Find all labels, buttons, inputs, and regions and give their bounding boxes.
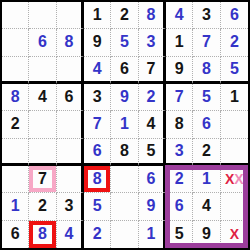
cell-r5c4[interactable]: 7 bbox=[84, 111, 111, 138]
cell-r3c1[interactable] bbox=[2, 57, 29, 84]
cell-r8c2[interactable]: 2 bbox=[29, 193, 56, 220]
cell-r8c4[interactable]: 5 bbox=[84, 193, 111, 220]
cell-r1c7[interactable]: 4 bbox=[166, 2, 193, 29]
cell-r9c8[interactable]: 9 bbox=[193, 221, 220, 248]
error-x-mark: X bbox=[230, 227, 239, 241]
cell-r8c1[interactable]: 1 bbox=[2, 193, 29, 220]
cell-r5c8[interactable]: 6 bbox=[193, 111, 220, 138]
cell-r5c6[interactable]: 4 bbox=[139, 111, 166, 138]
cell-r2c6[interactable]: 3 bbox=[139, 29, 166, 56]
cell-r2c7[interactable]: 1 bbox=[166, 29, 193, 56]
cell-r9c2[interactable]: 8 bbox=[29, 221, 56, 248]
cell-r7c4[interactable]: 8 bbox=[84, 166, 111, 193]
cell-r9c3[interactable]: 4 bbox=[57, 221, 84, 248]
cell-r6c9[interactable] bbox=[221, 139, 248, 166]
cell-r3c8[interactable]: 8 bbox=[193, 57, 220, 84]
cell-r7c2[interactable]: 7 bbox=[29, 166, 56, 193]
cell-r5c9[interactable] bbox=[221, 111, 248, 138]
cell-r1c1[interactable] bbox=[2, 2, 29, 29]
cell-r5c2[interactable] bbox=[29, 111, 56, 138]
cell-r7c8[interactable]: 1 bbox=[193, 166, 220, 193]
cell-r6c1[interactable] bbox=[2, 139, 29, 166]
error-x-mark: X bbox=[225, 172, 234, 186]
cell-r1c8[interactable]: 3 bbox=[193, 2, 220, 29]
cell-r9c4[interactable]: 2 bbox=[84, 221, 111, 248]
cell-r5c7[interactable]: 8 bbox=[166, 111, 193, 138]
cell-r6c5[interactable]: 8 bbox=[111, 139, 138, 166]
cell-r7c1[interactable] bbox=[2, 166, 29, 193]
cell-r8c9[interactable] bbox=[221, 193, 248, 220]
cell-r3c4[interactable]: 4 bbox=[84, 57, 111, 84]
cell-r8c8[interactable]: 4 bbox=[193, 193, 220, 220]
cell-r3c7[interactable]: 9 bbox=[166, 57, 193, 84]
cell-r2c4[interactable]: 9 bbox=[84, 29, 111, 56]
cell-r4c6[interactable]: 2 bbox=[139, 84, 166, 111]
cell-r6c3[interactable] bbox=[57, 139, 84, 166]
cell-r6c6[interactable]: 5 bbox=[139, 139, 166, 166]
cell-r7c9[interactable]: XX bbox=[221, 166, 248, 193]
cell-r4c8[interactable]: 5 bbox=[193, 84, 220, 111]
cell-r3c9[interactable]: 5 bbox=[221, 57, 248, 84]
cell-r5c1[interactable]: 2 bbox=[2, 111, 29, 138]
cell-r2c8[interactable]: 7 bbox=[193, 29, 220, 56]
cell-r8c6[interactable]: 9 bbox=[139, 193, 166, 220]
cell-r9c7[interactable]: 5 bbox=[166, 221, 193, 248]
cell-r3c5[interactable]: 6 bbox=[111, 57, 138, 84]
cell-r2c5[interactable]: 5 bbox=[111, 29, 138, 56]
cell-r6c8[interactable]: 2 bbox=[193, 139, 220, 166]
cell-r9c1[interactable]: 6 bbox=[2, 221, 29, 248]
cell-r9c9[interactable]: X bbox=[221, 221, 248, 248]
cell-r5c5[interactable]: 1 bbox=[111, 111, 138, 138]
cell-r9c5[interactable] bbox=[111, 221, 138, 248]
cell-r6c2[interactable] bbox=[29, 139, 56, 166]
cell-r4c9[interactable]: 1 bbox=[221, 84, 248, 111]
cell-r9c6[interactable]: 1 bbox=[139, 221, 166, 248]
cell-r6c7[interactable]: 3 bbox=[166, 139, 193, 166]
cell-r7c3[interactable] bbox=[57, 166, 84, 193]
cell-r2c2[interactable]: 6 bbox=[29, 29, 56, 56]
cell-r4c3[interactable]: 6 bbox=[57, 84, 84, 111]
cell-r3c2[interactable] bbox=[29, 57, 56, 84]
cell-r2c1[interactable] bbox=[2, 29, 29, 56]
cell-r4c5[interactable]: 9 bbox=[111, 84, 138, 111]
cell-r2c9[interactable]: 2 bbox=[221, 29, 248, 56]
cell-r1c3[interactable] bbox=[57, 2, 84, 29]
cell-r4c2[interactable]: 4 bbox=[29, 84, 56, 111]
cell-r1c9[interactable]: 6 bbox=[221, 2, 248, 29]
cell-r8c3[interactable]: 3 bbox=[57, 193, 84, 220]
cell-r7c7[interactable]: 2 bbox=[166, 166, 193, 193]
cell-r3c6[interactable]: 7 bbox=[139, 57, 166, 84]
cell-r3c3[interactable] bbox=[57, 57, 84, 84]
cell-r4c7[interactable]: 7 bbox=[166, 84, 193, 111]
cell-r1c2[interactable] bbox=[29, 2, 56, 29]
cell-r6c4[interactable]: 6 bbox=[84, 139, 111, 166]
cell-r4c4[interactable]: 3 bbox=[84, 84, 111, 111]
cell-r4c1[interactable]: 8 bbox=[2, 84, 29, 111]
cell-r8c5[interactable] bbox=[111, 193, 138, 220]
error-x-mark: X bbox=[234, 172, 243, 186]
sudoku-board: 1284366895317246798584639275127148668532… bbox=[0, 0, 250, 250]
cell-r1c5[interactable]: 2 bbox=[111, 2, 138, 29]
cell-r7c5[interactable] bbox=[111, 166, 138, 193]
cell-r2c3[interactable]: 8 bbox=[57, 29, 84, 56]
cell-r1c6[interactable]: 8 bbox=[139, 2, 166, 29]
cell-r1c4[interactable]: 1 bbox=[84, 2, 111, 29]
cell-r7c6[interactable]: 6 bbox=[139, 166, 166, 193]
cell-r8c7[interactable]: 6 bbox=[166, 193, 193, 220]
cell-r5c3[interactable] bbox=[57, 111, 84, 138]
